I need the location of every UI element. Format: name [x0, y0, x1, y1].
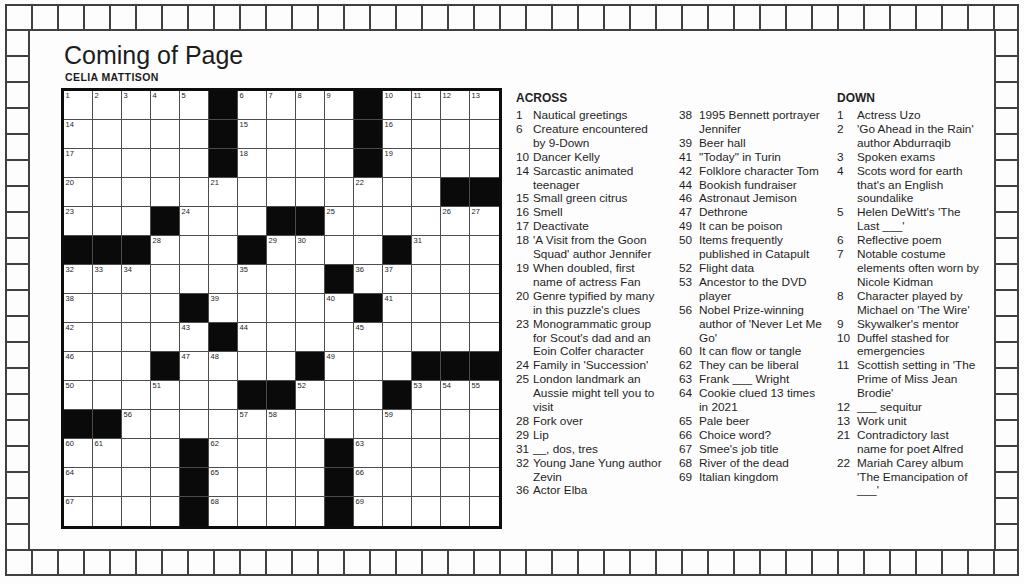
white-cell[interactable]	[238, 497, 267, 526]
white-cell[interactable]	[354, 381, 383, 410]
cell-number: 37	[385, 265, 393, 274]
white-cell[interactable]	[151, 468, 180, 497]
clue-number: 62	[679, 359, 699, 373]
white-cell[interactable]	[238, 294, 267, 323]
white-cell[interactable]: 18	[238, 149, 267, 178]
clue-text: 1995 Bennett portrayer Jennifer	[699, 109, 826, 137]
white-cell[interactable]	[267, 149, 296, 178]
white-cell[interactable]	[180, 381, 209, 410]
white-cell[interactable]	[93, 352, 122, 381]
white-cell[interactable]: 69	[354, 497, 383, 526]
black-cell	[267, 207, 296, 236]
clue-text: Actor Elba	[533, 484, 662, 498]
white-cell[interactable]	[238, 439, 267, 468]
white-cell[interactable]	[180, 149, 209, 178]
white-cell[interactable]: 67	[64, 497, 93, 526]
clue-item: 50Items frequently published in Catapult	[679, 234, 826, 262]
cell-number: 15	[240, 120, 248, 129]
white-cell[interactable]: 23	[64, 207, 93, 236]
white-cell[interactable]	[412, 439, 441, 468]
white-cell[interactable]: 49	[325, 352, 354, 381]
cell-number: 35	[240, 265, 248, 274]
white-cell[interactable]: 47	[180, 352, 209, 381]
white-cell[interactable]: 19	[383, 149, 412, 178]
clue-text: They can be liberal	[699, 359, 826, 373]
crossword-page: { "game": "crossword", "title": "Coming …	[0, 0, 1024, 584]
white-cell[interactable]	[296, 265, 325, 294]
black-cell	[64, 410, 93, 439]
white-cell[interactable]	[93, 323, 122, 352]
cell-number: 22	[356, 178, 364, 187]
decorative-border-right	[994, 29, 1019, 551]
white-cell[interactable]: 44	[238, 323, 267, 352]
cell-number: 43	[182, 323, 190, 332]
white-cell[interactable]	[470, 468, 499, 497]
cell-number: 56	[124, 410, 132, 419]
clue-number: 23	[516, 318, 533, 360]
clue-item: 4Scots word for earth that's an English …	[837, 165, 980, 207]
white-cell[interactable]	[267, 323, 296, 352]
cell-number: 1	[66, 91, 70, 100]
clue-text: Spoken exams	[857, 151, 980, 165]
clue-text: __, dos, tres	[533, 443, 662, 457]
clue-text: Scottish setting in 'The Prime of Miss J…	[857, 359, 980, 401]
clue-item: 11Scottish setting in 'The Prime of Miss…	[837, 359, 980, 401]
white-cell[interactable]	[209, 236, 238, 265]
white-cell[interactable]	[296, 323, 325, 352]
white-cell[interactable]	[93, 468, 122, 497]
white-cell[interactable]: 14	[64, 120, 93, 149]
white-cell[interactable]	[412, 294, 441, 323]
clue-item: 8Character played by Michael on 'The Wir…	[837, 290, 980, 318]
white-cell[interactable]: 55	[470, 381, 499, 410]
white-cell[interactable]: 68	[209, 497, 238, 526]
white-cell[interactable]	[267, 178, 296, 207]
white-cell[interactable]	[354, 410, 383, 439]
white-cell[interactable]: 3	[122, 91, 151, 120]
down-header: DOWN	[837, 92, 980, 105]
white-cell[interactable]	[412, 178, 441, 207]
white-cell[interactable]	[470, 149, 499, 178]
white-cell[interactable]	[209, 265, 238, 294]
clue-text: Astronaut Jemison	[699, 192, 826, 206]
clue-number: 68	[679, 457, 699, 471]
white-cell[interactable]	[93, 178, 122, 207]
white-cell[interactable]: 43	[180, 323, 209, 352]
white-cell[interactable]	[151, 439, 180, 468]
clue-item: 16Smell	[516, 206, 662, 220]
white-cell[interactable]	[354, 352, 383, 381]
white-cell[interactable]	[209, 381, 238, 410]
white-cell[interactable]	[296, 468, 325, 497]
black-cell	[238, 381, 267, 410]
white-cell[interactable]	[122, 149, 151, 178]
white-cell[interactable]	[180, 120, 209, 149]
white-cell[interactable]: 33	[93, 265, 122, 294]
white-cell[interactable]	[325, 236, 354, 265]
cell-number: 42	[66, 323, 74, 332]
white-cell[interactable]	[441, 497, 470, 526]
white-cell[interactable]	[383, 207, 412, 236]
white-cell[interactable]: 46	[64, 352, 93, 381]
white-cell[interactable]	[354, 207, 383, 236]
white-cell[interactable]	[441, 439, 470, 468]
white-cell[interactable]	[267, 439, 296, 468]
clue-text: 'A Visit from the Goon Squad' author Jen…	[533, 234, 662, 262]
white-cell[interactable]	[267, 265, 296, 294]
cell-number: 5	[182, 91, 186, 100]
cell-number: 36	[356, 265, 364, 274]
white-cell[interactable]	[325, 381, 354, 410]
white-cell[interactable]: 63	[354, 439, 383, 468]
black-cell	[354, 149, 383, 178]
clue-text: It can be poison	[699, 220, 826, 234]
clue-number: 21	[837, 429, 857, 457]
white-cell[interactable]	[470, 410, 499, 439]
white-cell[interactable]	[151, 294, 180, 323]
white-cell[interactable]: 60	[64, 439, 93, 468]
clue-number: 28	[516, 415, 533, 429]
white-cell[interactable]	[93, 207, 122, 236]
cell-number: 39	[211, 294, 219, 303]
clue-item: 14Sarcastic animated teenager	[516, 165, 662, 193]
white-cell[interactable]	[122, 207, 151, 236]
clue-number: 63	[679, 373, 699, 387]
white-cell[interactable]	[122, 497, 151, 526]
white-cell[interactable]	[267, 294, 296, 323]
black-cell	[296, 207, 325, 236]
white-cell[interactable]	[441, 410, 470, 439]
white-cell[interactable]: 39	[209, 294, 238, 323]
white-cell[interactable]: 26	[441, 207, 470, 236]
white-cell[interactable]	[441, 468, 470, 497]
white-cell[interactable]	[267, 352, 296, 381]
cell-number: 30	[298, 236, 306, 245]
white-cell[interactable]: 65	[209, 468, 238, 497]
clue-item: 60It can flow or tangle	[679, 345, 826, 359]
clue-item: 7Notable costume elements often worn by …	[837, 248, 980, 290]
white-cell[interactable]	[151, 178, 180, 207]
white-cell[interactable]	[122, 323, 151, 352]
white-cell[interactable]: 53	[412, 381, 441, 410]
white-cell[interactable]	[296, 410, 325, 439]
white-cell[interactable]	[209, 410, 238, 439]
clue-text: Nautical greetings	[533, 109, 662, 123]
clue-item: 62They can be liberal	[679, 359, 826, 373]
clue-item: 29Lip	[516, 429, 662, 443]
white-cell[interactable]: 66	[354, 468, 383, 497]
white-cell[interactable]	[296, 497, 325, 526]
white-cell[interactable]	[412, 149, 441, 178]
white-cell[interactable]: 35	[238, 265, 267, 294]
cell-number: 47	[182, 352, 190, 361]
white-cell[interactable]: 58	[267, 410, 296, 439]
cell-number: 24	[182, 207, 190, 216]
white-cell[interactable]: 12	[441, 91, 470, 120]
clue-text: Beer hall	[699, 137, 826, 151]
black-cell	[238, 236, 267, 265]
white-cell[interactable]: 38	[64, 294, 93, 323]
clue-item: 10Dancer Kelly	[516, 151, 662, 165]
white-cell[interactable]	[267, 468, 296, 497]
white-cell[interactable]	[441, 265, 470, 294]
white-cell[interactable]	[267, 120, 296, 149]
clue-text: 'Go Ahead in the Rain' author Abdurraqib	[857, 123, 980, 151]
white-cell[interactable]: 15	[238, 120, 267, 149]
white-cell[interactable]	[470, 120, 499, 149]
clue-text: Actress Uzo	[857, 109, 980, 123]
clue-item: 5Helen DeWitt's 'The Last ___'	[837, 206, 980, 234]
white-cell[interactable]: 34	[122, 265, 151, 294]
clue-text: Ancestor to the DVD player	[699, 276, 826, 304]
clue-item: 23Monogrammatic group for Scout's dad an…	[516, 318, 662, 360]
across-clue-list-1: 1Nautical greetings6Creature encountered…	[516, 109, 662, 498]
white-cell[interactable]	[296, 439, 325, 468]
cell-number: 6	[240, 91, 244, 100]
white-cell[interactable]	[151, 410, 180, 439]
black-cell	[296, 352, 325, 381]
white-cell[interactable]	[325, 410, 354, 439]
clue-item: 66Choice word?	[679, 429, 826, 443]
white-cell[interactable]: 57	[238, 410, 267, 439]
cell-number: 17	[66, 149, 74, 158]
white-cell[interactable]	[180, 236, 209, 265]
white-cell[interactable]	[470, 323, 499, 352]
white-cell[interactable]: 50	[64, 381, 93, 410]
clue-item: 1Actress Uzo	[837, 109, 980, 123]
across-clue-list-2: 381995 Bennett portrayer Jennifer39Beer …	[679, 109, 826, 484]
white-cell[interactable]: 59	[383, 410, 412, 439]
cell-number: 45	[356, 323, 364, 332]
white-cell[interactable]	[151, 149, 180, 178]
white-cell[interactable]	[441, 236, 470, 265]
cell-number: 68	[211, 497, 219, 506]
white-cell[interactable]: 29	[267, 236, 296, 265]
clue-item: 25London landmark an Aussie might tell y…	[516, 373, 662, 415]
white-cell[interactable]	[325, 323, 354, 352]
white-cell[interactable]	[122, 352, 151, 381]
white-cell[interactable]	[180, 410, 209, 439]
white-cell[interactable]	[412, 120, 441, 149]
white-cell[interactable]	[122, 178, 151, 207]
white-cell[interactable]: 51	[151, 381, 180, 410]
white-cell[interactable]: 41	[383, 294, 412, 323]
white-cell[interactable]	[238, 178, 267, 207]
cell-number: 33	[95, 265, 103, 274]
down-clue-list: 1Actress Uzo2'Go Ahead in the Rain' auth…	[837, 109, 980, 498]
clue-number: 8	[837, 290, 857, 318]
decorative-border-left	[5, 29, 30, 551]
white-cell[interactable]: 37	[383, 265, 412, 294]
white-cell[interactable]	[441, 149, 470, 178]
white-cell[interactable]	[412, 468, 441, 497]
white-cell[interactable]	[383, 178, 412, 207]
clue-item: 53Ancestor to the DVD player	[679, 276, 826, 304]
white-cell[interactable]	[93, 120, 122, 149]
clue-item: 24Family in 'Succession'	[516, 359, 662, 373]
white-cell[interactable]: 45	[354, 323, 383, 352]
white-cell[interactable]: 8	[296, 91, 325, 120]
white-cell[interactable]	[470, 294, 499, 323]
white-cell[interactable]: 21	[209, 178, 238, 207]
clue-item: 31__, dos, tres	[516, 443, 662, 457]
white-cell[interactable]	[441, 294, 470, 323]
white-cell[interactable]: 7	[267, 91, 296, 120]
white-cell[interactable]: 24	[180, 207, 209, 236]
clue-number: 41	[679, 151, 699, 165]
white-cell[interactable]	[325, 149, 354, 178]
clue-number: 4	[837, 165, 857, 207]
white-cell[interactable]	[238, 352, 267, 381]
clue-text: Notable costume elements often worn by N…	[857, 248, 980, 290]
decorative-border-bottom	[5, 549, 1019, 576]
clue-item: 19When doubled, first name of actress Fa…	[516, 262, 662, 290]
clue-text: Smee's job title	[699, 443, 826, 457]
white-cell[interactable]	[238, 207, 267, 236]
white-cell[interactable]: 5	[180, 91, 209, 120]
black-cell	[325, 265, 354, 294]
white-cell[interactable]	[441, 323, 470, 352]
clue-item: 39Beer hall	[679, 137, 826, 151]
white-cell[interactable]: 9	[325, 91, 354, 120]
white-cell[interactable]	[325, 120, 354, 149]
white-cell[interactable]: 17	[64, 149, 93, 178]
white-cell[interactable]: 2	[93, 91, 122, 120]
white-cell[interactable]	[383, 439, 412, 468]
white-cell[interactable]: 52	[296, 381, 325, 410]
white-cell[interactable]	[151, 265, 180, 294]
black-cell	[209, 120, 238, 149]
white-cell[interactable]	[296, 294, 325, 323]
white-cell[interactable]	[383, 497, 412, 526]
white-cell[interactable]	[122, 294, 151, 323]
white-cell[interactable]: 31	[412, 236, 441, 265]
white-cell[interactable]: 30	[296, 236, 325, 265]
white-cell[interactable]: 11	[412, 91, 441, 120]
black-cell	[122, 236, 151, 265]
white-cell[interactable]	[412, 323, 441, 352]
white-cell[interactable]: 25	[325, 207, 354, 236]
white-cell[interactable]	[93, 149, 122, 178]
white-cell[interactable]: 32	[64, 265, 93, 294]
white-cell[interactable]: 27	[470, 207, 499, 236]
white-cell[interactable]	[470, 439, 499, 468]
black-cell	[180, 497, 209, 526]
clue-number: 6	[516, 123, 533, 151]
white-cell[interactable]: 22	[354, 178, 383, 207]
white-cell[interactable]	[122, 468, 151, 497]
white-cell[interactable]: 42	[64, 323, 93, 352]
white-cell[interactable]	[267, 497, 296, 526]
cell-number: 10	[385, 91, 393, 100]
clue-text: Nobel Prize-winning author of 'Never Let…	[699, 304, 826, 346]
white-cell[interactable]	[151, 497, 180, 526]
white-cell[interactable]: 54	[441, 381, 470, 410]
white-cell[interactable]: 62	[209, 439, 238, 468]
black-cell	[354, 120, 383, 149]
white-cell[interactable]	[412, 265, 441, 294]
white-cell[interactable]	[209, 207, 238, 236]
cell-number: 67	[66, 497, 74, 506]
white-cell[interactable]	[383, 352, 412, 381]
white-cell[interactable]: 13	[470, 91, 499, 120]
white-cell[interactable]	[180, 178, 209, 207]
across-clues-column-1: ACROSS 1Nautical greetings6Creature enco…	[516, 92, 662, 498]
white-cell[interactable]	[93, 381, 122, 410]
white-cell[interactable]	[296, 178, 325, 207]
white-cell[interactable]	[296, 149, 325, 178]
clue-number: 9	[837, 318, 857, 332]
cell-number: 52	[298, 381, 306, 390]
white-cell[interactable]	[412, 410, 441, 439]
black-cell	[180, 439, 209, 468]
white-cell[interactable]	[122, 439, 151, 468]
white-cell[interactable]	[122, 381, 151, 410]
white-cell[interactable]	[122, 120, 151, 149]
white-cell[interactable]	[412, 497, 441, 526]
white-cell[interactable]	[180, 265, 209, 294]
clue-item: 64Cookie clued 13 times in 2021	[679, 387, 826, 415]
clue-item: 12___ sequitur	[837, 401, 980, 415]
white-cell[interactable]: 6	[238, 91, 267, 120]
white-cell[interactable]	[325, 178, 354, 207]
clue-item: 47Dethrone	[679, 206, 826, 220]
white-cell[interactable]	[383, 323, 412, 352]
cell-number: 18	[240, 149, 248, 158]
white-cell[interactable]: 61	[93, 439, 122, 468]
white-cell[interactable]: 64	[64, 468, 93, 497]
white-cell[interactable]: 56	[122, 410, 151, 439]
clue-number: 6	[837, 234, 857, 248]
clue-text: Items frequently published in Catapult	[699, 234, 826, 262]
clue-text: Frank ___ Wright	[699, 373, 826, 387]
cell-number: 69	[356, 497, 364, 506]
white-cell[interactable]: 36	[354, 265, 383, 294]
white-cell[interactable]: 20	[64, 178, 93, 207]
clue-text: Choice word?	[699, 429, 826, 443]
white-cell[interactable]	[470, 236, 499, 265]
white-cell[interactable]	[441, 120, 470, 149]
white-cell[interactable]	[151, 323, 180, 352]
clue-text: Smell	[533, 206, 662, 220]
white-cell[interactable]: 4	[151, 91, 180, 120]
white-cell[interactable]: 16	[383, 120, 412, 149]
white-cell[interactable]	[93, 294, 122, 323]
white-cell[interactable]: 48	[209, 352, 238, 381]
white-cell[interactable]: 1	[64, 91, 93, 120]
white-cell[interactable]	[151, 120, 180, 149]
white-cell[interactable]	[470, 497, 499, 526]
black-cell	[470, 352, 499, 381]
white-cell[interactable]	[296, 120, 325, 149]
clue-number: 64	[679, 387, 699, 415]
clue-text: Dethrone	[699, 206, 826, 220]
white-cell[interactable]	[412, 207, 441, 236]
white-cell[interactable]	[383, 468, 412, 497]
clue-item: 52Flight data	[679, 262, 826, 276]
clue-text: Scots word for earth that's an English s…	[857, 165, 980, 207]
white-cell[interactable]	[238, 468, 267, 497]
white-cell[interactable]: 10	[383, 91, 412, 120]
white-cell[interactable]: 28	[151, 236, 180, 265]
black-cell	[325, 439, 354, 468]
white-cell[interactable]	[354, 236, 383, 265]
white-cell[interactable]	[470, 265, 499, 294]
white-cell[interactable]	[93, 497, 122, 526]
clue-number: 56	[679, 304, 699, 346]
clue-item: 41"Today" in Turin	[679, 151, 826, 165]
white-cell[interactable]: 40	[325, 294, 354, 323]
